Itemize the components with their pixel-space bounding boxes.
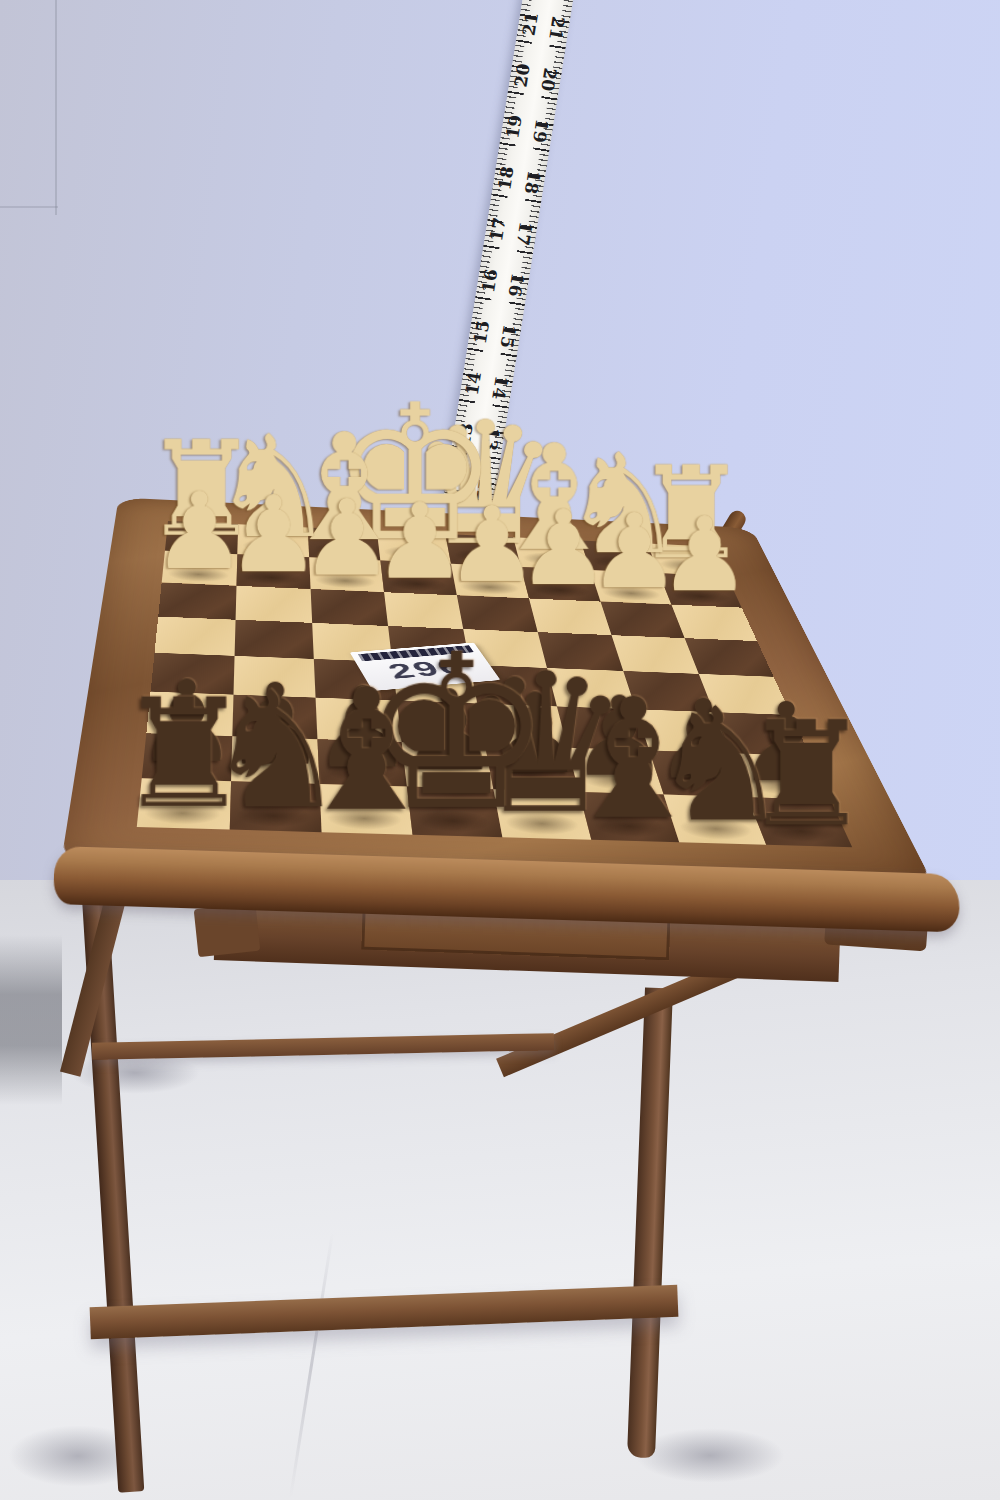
tape-number: 20 xyxy=(512,59,533,91)
tape-number: 15 xyxy=(471,316,492,348)
tape-number: 15 xyxy=(497,320,518,352)
tape-number: 17 xyxy=(513,217,534,249)
tape-number: 20 xyxy=(538,63,559,95)
tape-number: 16 xyxy=(505,269,526,301)
board-square: ♜ xyxy=(137,778,231,829)
tape-number: 21 xyxy=(546,12,567,44)
photo-stage: 2121202019191818171716161515141413131212… xyxy=(0,0,1000,1500)
hinge-block-left xyxy=(194,903,261,957)
wall-shadow xyxy=(0,935,62,1105)
wall-seam-horizontal xyxy=(0,206,58,208)
board-square: ♟ xyxy=(237,554,311,589)
wall-seam-vertical xyxy=(55,0,57,215)
tape-number: 19 xyxy=(504,111,525,143)
backdrop-sheet xyxy=(0,880,1000,1500)
piece-white-pawn: ♟ xyxy=(152,484,247,579)
piece-black-rook: ♜ xyxy=(116,686,251,821)
board-grid: ♜♞♝♚♛♝♞♜♟♟♟♟♟♟♟♟♟♟♟♟♟♟♟♟♜♞♝♚♛♝♞♜ xyxy=(137,521,852,847)
tape-number: 18 xyxy=(496,162,517,194)
tape-number: 19 xyxy=(529,115,550,147)
tape-number: 18 xyxy=(521,166,542,198)
floor-shadow xyxy=(635,1428,785,1483)
board-square: ♟ xyxy=(162,551,238,586)
tape-number: 17 xyxy=(487,213,508,245)
tape-number: 21 xyxy=(520,8,541,40)
tape-number: 16 xyxy=(479,265,500,297)
